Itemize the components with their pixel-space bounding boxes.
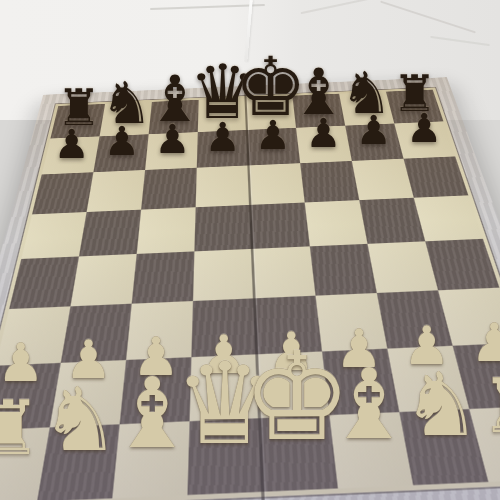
- square-b4[interactable]: [70, 254, 136, 306]
- square-d4[interactable]: [193, 249, 254, 301]
- piece-black-pawn-f7[interactable]: ♟: [303, 113, 343, 153]
- square-f5[interactable]: [305, 200, 368, 246]
- square-a5[interactable]: [21, 212, 86, 259]
- piece-black-pawn-b7[interactable]: ♟: [102, 121, 142, 161]
- piece-black-pawn-a7[interactable]: ♟: [52, 124, 92, 164]
- square-c5[interactable]: [137, 207, 196, 254]
- piece-white-knight-g1[interactable]: ♞: [397, 361, 485, 449]
- piece-black-pawn-e7[interactable]: ♟: [253, 115, 293, 155]
- square-e4[interactable]: [252, 246, 315, 298]
- square-c6[interactable]: [141, 168, 197, 210]
- square-h4[interactable]: [425, 239, 499, 291]
- square-d6[interactable]: [196, 165, 251, 207]
- square-h5[interactable]: [414, 195, 483, 241]
- square-a4[interactable]: [9, 256, 79, 309]
- photo-scene: ♜♞♝♛♚♝♞♜♟♟♟♟♟♟♟♟♟♟♟♟♟♟♟♟♜♞♝♛♚♝♞♜: [0, 0, 500, 500]
- piece-black-pawn-h7[interactable]: ♟: [404, 108, 444, 148]
- square-b6[interactable]: [87, 170, 145, 212]
- square-e5[interactable]: [250, 202, 310, 248]
- square-f6[interactable]: [300, 161, 359, 203]
- piece-white-rook-h1[interactable]: ♜: [476, 369, 500, 444]
- square-c4[interactable]: [132, 251, 195, 303]
- square-b5[interactable]: [79, 210, 141, 257]
- piece-black-pawn-g7[interactable]: ♟: [354, 110, 394, 150]
- piece-black-pawn-c7[interactable]: ♟: [152, 119, 192, 159]
- piece-black-pawn-d7[interactable]: ♟: [203, 117, 243, 157]
- square-a6[interactable]: [32, 172, 93, 214]
- square-e6[interactable]: [248, 163, 304, 205]
- square-h6[interactable]: [404, 156, 469, 197]
- square-f4[interactable]: [310, 244, 377, 296]
- square-d5[interactable]: [194, 205, 252, 252]
